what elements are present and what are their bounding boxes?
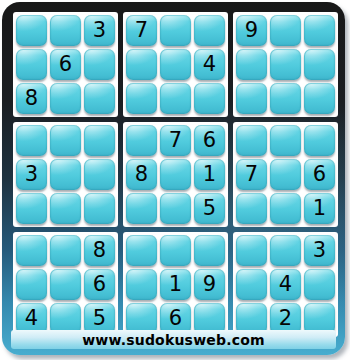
given-digit: 2	[279, 308, 292, 329]
cell-r6c2[interactable]	[50, 193, 81, 224]
cell-r1c3[interactable]: 3	[84, 15, 115, 46]
cell-r6c8[interactable]	[270, 193, 301, 224]
cell-r6c7[interactable]	[236, 193, 267, 224]
cell-r1c7[interactable]: 9	[236, 15, 267, 46]
cell-r8c7[interactable]	[236, 269, 267, 300]
cell-r8c3[interactable]: 6	[84, 269, 115, 300]
cell-r2c2[interactable]: 6	[50, 49, 81, 80]
cell-r7c6[interactable]	[194, 235, 225, 266]
given-digit: 8	[93, 240, 106, 261]
cell-r6c4[interactable]	[126, 193, 157, 224]
box-r2c1: 3	[13, 122, 118, 227]
cell-r5c1[interactable]: 3	[16, 159, 47, 190]
sudoku-grid: 3687493768157618645196342	[13, 12, 334, 337]
given-digit: 5	[203, 198, 216, 219]
cell-r1c9[interactable]	[304, 15, 335, 46]
cell-r5c4[interactable]: 8	[126, 159, 157, 190]
cell-r2c9[interactable]	[304, 49, 335, 80]
cell-r4c7[interactable]	[236, 125, 267, 156]
cell-r6c1[interactable]	[16, 193, 47, 224]
site-url-link[interactable]: www.sudokusweb.com	[82, 332, 265, 348]
cell-r8c1[interactable]	[16, 269, 47, 300]
cell-r5c2[interactable]	[50, 159, 81, 190]
cell-r6c5[interactable]	[160, 193, 191, 224]
given-digit: 6	[313, 164, 326, 185]
cell-r4c8[interactable]	[270, 125, 301, 156]
box-r1c1: 368	[13, 12, 118, 117]
cell-r3c6[interactable]	[194, 83, 225, 114]
cell-r5c6[interactable]: 1	[194, 159, 225, 190]
cell-r3c1[interactable]: 8	[16, 83, 47, 114]
cell-r8c8[interactable]: 4	[270, 269, 301, 300]
cell-r6c9[interactable]: 1	[304, 193, 335, 224]
footer-band: www.sudokusweb.com	[11, 330, 336, 349]
cell-r3c7[interactable]	[236, 83, 267, 114]
box-r2c2: 76815	[123, 122, 228, 227]
given-digit: 7	[135, 20, 148, 41]
given-digit: 6	[93, 274, 106, 295]
cell-r1c8[interactable]	[270, 15, 301, 46]
box-r1c2: 74	[123, 12, 228, 117]
cell-r4c9[interactable]	[304, 125, 335, 156]
cell-r7c2[interactable]	[50, 235, 81, 266]
cell-r4c4[interactable]	[126, 125, 157, 156]
cell-r6c3[interactable]	[84, 193, 115, 224]
box-r1c3: 9	[233, 12, 338, 117]
cell-r5c5[interactable]	[160, 159, 191, 190]
cell-r2c7[interactable]	[236, 49, 267, 80]
cell-r8c2[interactable]	[50, 269, 81, 300]
box-r3c3: 342	[233, 232, 338, 337]
cell-r2c4[interactable]	[126, 49, 157, 80]
cell-r4c1[interactable]	[16, 125, 47, 156]
cell-r1c1[interactable]	[16, 15, 47, 46]
cell-r1c5[interactable]	[160, 15, 191, 46]
box-r3c1: 8645	[13, 232, 118, 337]
given-digit: 9	[245, 20, 258, 41]
cell-r7c3[interactable]: 8	[84, 235, 115, 266]
cell-r3c3[interactable]	[84, 83, 115, 114]
cell-r8c5[interactable]: 1	[160, 269, 191, 300]
cell-r7c8[interactable]	[270, 235, 301, 266]
cell-r6c6[interactable]: 5	[194, 193, 225, 224]
sudoku-board-frame: 3687493768157618645196342 www.sudokusweb…	[2, 2, 345, 355]
cell-r4c3[interactable]	[84, 125, 115, 156]
given-digit: 1	[313, 198, 326, 219]
cell-r8c9[interactable]	[304, 269, 335, 300]
cell-r7c4[interactable]	[126, 235, 157, 266]
given-digit: 3	[93, 20, 106, 41]
cell-r3c9[interactable]	[304, 83, 335, 114]
cell-r4c2[interactable]	[50, 125, 81, 156]
cell-r3c8[interactable]	[270, 83, 301, 114]
cell-r5c9[interactable]: 6	[304, 159, 335, 190]
cell-r2c6[interactable]: 4	[194, 49, 225, 80]
cell-r7c9[interactable]: 3	[304, 235, 335, 266]
cell-r4c5[interactable]: 7	[160, 125, 191, 156]
cell-r2c1[interactable]	[16, 49, 47, 80]
given-digit: 6	[59, 54, 72, 75]
cell-r8c6[interactable]: 9	[194, 269, 225, 300]
given-digit: 1	[203, 164, 216, 185]
given-digit: 6	[203, 130, 216, 151]
given-digit: 1	[169, 274, 182, 295]
given-digit: 6	[169, 308, 182, 329]
given-digit: 4	[279, 274, 292, 295]
cell-r3c2[interactable]	[50, 83, 81, 114]
box-r2c3: 761	[233, 122, 338, 227]
cell-r7c1[interactable]	[16, 235, 47, 266]
given-digit: 4	[25, 308, 38, 329]
cell-r1c4[interactable]: 7	[126, 15, 157, 46]
cell-r3c5[interactable]	[160, 83, 191, 114]
cell-r5c8[interactable]	[270, 159, 301, 190]
given-digit: 8	[135, 164, 148, 185]
given-digit: 8	[25, 88, 38, 109]
given-digit: 9	[203, 274, 216, 295]
cell-r8c4[interactable]	[126, 269, 157, 300]
cell-r2c8[interactable]	[270, 49, 301, 80]
given-digit: 3	[25, 164, 38, 185]
given-digit: 4	[203, 54, 216, 75]
given-digit: 7	[245, 164, 258, 185]
cell-r5c7[interactable]: 7	[236, 159, 267, 190]
given-digit: 7	[169, 130, 182, 151]
given-digit: 3	[313, 240, 326, 261]
cell-r3c4[interactable]	[126, 83, 157, 114]
cell-r2c5[interactable]	[160, 49, 191, 80]
given-digit: 5	[93, 308, 106, 329]
cell-r1c2[interactable]	[50, 15, 81, 46]
cell-r1c6[interactable]	[194, 15, 225, 46]
cell-r5c3[interactable]	[84, 159, 115, 190]
cell-r7c7[interactable]	[236, 235, 267, 266]
cell-r2c3[interactable]	[84, 49, 115, 80]
box-r3c2: 196	[123, 232, 228, 337]
cell-r7c5[interactable]	[160, 235, 191, 266]
cell-r4c6[interactable]: 6	[194, 125, 225, 156]
